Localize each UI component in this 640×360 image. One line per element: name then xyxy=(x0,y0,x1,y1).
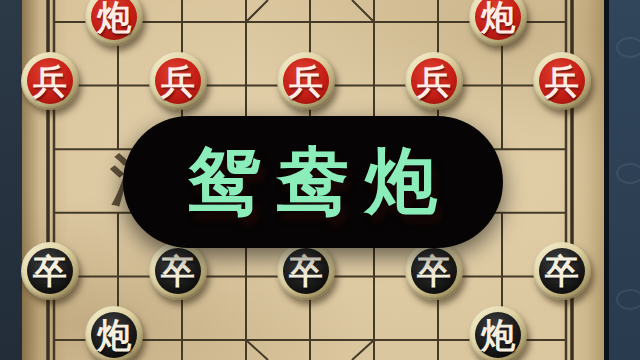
piece-glyph: 卒 xyxy=(289,254,323,288)
piece-glyph: 卒 xyxy=(161,254,195,288)
video-frame: 河 炮炮兵兵兵兵兵卒卒卒卒卒炮炮 鸳鸯炮 xyxy=(0,0,640,360)
piece-glyph: 炮 xyxy=(481,318,515,352)
piece-glyph: 卒 xyxy=(417,254,451,288)
piece-face: 卒 xyxy=(411,248,457,294)
piece-red-soldier[interactable]: 兵 xyxy=(149,52,207,110)
right-panel xyxy=(604,0,640,360)
piece-red-soldier[interactable]: 兵 xyxy=(533,52,591,110)
piece-red-cannon[interactable]: 炮 xyxy=(85,0,143,46)
piece-black-cannon[interactable]: 炮 xyxy=(85,306,143,360)
piece-face: 卒 xyxy=(283,248,329,294)
piece-glyph: 兵 xyxy=(33,64,67,98)
piece-face: 卒 xyxy=(539,248,585,294)
watermark-ellipse-icon xyxy=(616,163,640,184)
title-overlay: 鸳鸯炮 xyxy=(123,116,503,248)
piece-face: 兵 xyxy=(539,58,585,104)
piece-black-soldier[interactable]: 卒 xyxy=(405,242,463,300)
watermark-ellipse-icon xyxy=(616,37,640,58)
watermark-ellipse-icon xyxy=(616,289,640,310)
piece-black-soldier[interactable]: 卒 xyxy=(21,242,79,300)
piece-face: 卒 xyxy=(27,248,73,294)
piece-glyph: 兵 xyxy=(161,64,195,98)
piece-glyph: 兵 xyxy=(289,64,323,98)
piece-black-soldier[interactable]: 卒 xyxy=(149,242,207,300)
piece-glyph: 卒 xyxy=(545,254,579,288)
piece-red-soldier[interactable]: 兵 xyxy=(405,52,463,110)
title-text: 鸳鸯炮 xyxy=(173,134,453,230)
piece-glyph: 兵 xyxy=(545,64,579,98)
piece-face: 兵 xyxy=(283,58,329,104)
piece-red-soldier[interactable]: 兵 xyxy=(277,52,335,110)
piece-black-soldier[interactable]: 卒 xyxy=(277,242,335,300)
left-panel xyxy=(0,0,22,360)
piece-glyph: 兵 xyxy=(417,64,451,98)
piece-black-soldier[interactable]: 卒 xyxy=(533,242,591,300)
piece-face: 炮 xyxy=(91,0,137,40)
piece-glyph: 炮 xyxy=(481,0,515,34)
piece-face: 兵 xyxy=(155,58,201,104)
piece-face: 炮 xyxy=(475,312,521,358)
piece-glyph: 炮 xyxy=(97,318,131,352)
piece-face: 兵 xyxy=(27,58,73,104)
piece-black-cannon[interactable]: 炮 xyxy=(469,306,527,360)
piece-face: 卒 xyxy=(155,248,201,294)
piece-glyph: 炮 xyxy=(97,0,131,34)
piece-face: 兵 xyxy=(411,58,457,104)
piece-face: 炮 xyxy=(91,312,137,358)
piece-red-soldier[interactable]: 兵 xyxy=(21,52,79,110)
piece-face: 炮 xyxy=(475,0,521,40)
piece-red-cannon[interactable]: 炮 xyxy=(469,0,527,46)
piece-glyph: 卒 xyxy=(33,254,67,288)
